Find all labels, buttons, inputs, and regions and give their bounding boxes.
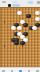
black-stone	[20, 41, 24, 45]
board-cell[interactable]	[21, 42, 24, 45]
board-cell[interactable]	[24, 24, 27, 27]
board-cell[interactable]	[33, 27, 36, 30]
status-text	[2, 1, 7, 3]
white-stone	[17, 11, 21, 15]
white-stone	[35, 11, 39, 15]
bottom-nav-bar	[0, 67, 40, 72]
white-stone	[17, 26, 21, 30]
tab-badge[interactable]	[28, 1, 33, 4]
nav-forward-icon[interactable]	[11, 70, 14, 72]
board-cell[interactable]	[36, 63, 39, 66]
board-cell[interactable]	[36, 18, 39, 21]
black-stone	[14, 41, 18, 45]
board-cell[interactable]	[36, 12, 39, 15]
go-board	[0, 7, 40, 68]
nav-more-icon[interactable]	[36, 70, 39, 72]
board-cell[interactable]	[18, 27, 21, 30]
board-cell[interactable]	[27, 15, 30, 18]
board-cell[interactable]	[18, 12, 21, 15]
phone-screen	[0, 0, 40, 72]
nav-back-icon[interactable]	[2, 70, 5, 72]
white-stone	[32, 26, 36, 30]
board-cell[interactable]	[12, 27, 15, 30]
white-stone	[35, 17, 39, 21]
menu-icon[interactable]	[37, 1, 40, 5]
nav-tabs-icon[interactable]	[28, 70, 31, 72]
tab-chip[interactable]	[13, 1, 17, 3]
board-cell[interactable]	[15, 42, 18, 45]
nav-home-icon[interactable]	[19, 70, 22, 72]
browser-topbar	[0, 0, 40, 7]
black-stone	[26, 14, 30, 18]
white-stone	[11, 26, 15, 30]
go-board-grid	[0, 9, 39, 66]
black-stone	[23, 23, 27, 27]
